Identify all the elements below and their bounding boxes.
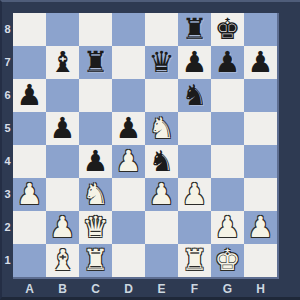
piece-white-rook-f1[interactable]: ♜ xyxy=(178,244,211,277)
piece-white-pawn-d4[interactable]: ♟ xyxy=(112,145,145,178)
piece-black-pawn-c4[interactable]: ♟ xyxy=(79,145,112,178)
file-label-f: F xyxy=(178,279,211,300)
square-f8[interactable]: ♜ xyxy=(178,13,211,46)
piece-black-queen-e7[interactable]: ♛ xyxy=(145,46,178,79)
square-e5[interactable]: ♞ xyxy=(145,112,178,145)
piece-white-pawn-e3[interactable]: ♟ xyxy=(145,178,178,211)
square-c7[interactable]: ♜ xyxy=(79,46,112,79)
piece-black-pawn-g7[interactable]: ♟ xyxy=(211,46,244,79)
chess-board: ♜♚♝♜♛♟♟♟♟♞♟♟♞♟♟♞♟♞♟♟♟♛♟♟♝♜♜♚ xyxy=(13,13,279,279)
square-h1[interactable] xyxy=(244,244,277,277)
square-a2[interactable] xyxy=(13,211,46,244)
square-b2[interactable]: ♟ xyxy=(46,211,79,244)
square-h2[interactable]: ♟ xyxy=(244,211,277,244)
square-b4[interactable] xyxy=(46,145,79,178)
file-label-d: D xyxy=(112,279,145,300)
piece-black-rook-f8[interactable]: ♜ xyxy=(178,13,211,46)
rank-label-5: 5 xyxy=(2,112,13,145)
file-label-e: E xyxy=(145,279,178,300)
square-b8[interactable] xyxy=(46,13,79,46)
file-label-h: H xyxy=(244,279,277,300)
piece-white-queen-c2[interactable]: ♛ xyxy=(79,211,112,244)
square-c8[interactable] xyxy=(79,13,112,46)
square-e2[interactable] xyxy=(145,211,178,244)
piece-black-rook-c7[interactable]: ♜ xyxy=(79,46,112,79)
file-label-b: B xyxy=(46,279,79,300)
rank-label-8: 8 xyxy=(2,13,13,46)
square-d5[interactable]: ♟ xyxy=(112,112,145,145)
square-h3[interactable] xyxy=(244,178,277,211)
square-f1[interactable]: ♜ xyxy=(178,244,211,277)
file-label-c: C xyxy=(79,279,112,300)
square-b3[interactable] xyxy=(46,178,79,211)
piece-black-pawn-d5[interactable]: ♟ xyxy=(112,112,145,145)
piece-black-pawn-h7[interactable]: ♟ xyxy=(244,46,277,79)
square-e8[interactable] xyxy=(145,13,178,46)
piece-black-pawn-b5[interactable]: ♟ xyxy=(46,112,79,145)
square-d2[interactable] xyxy=(112,211,145,244)
piece-white-pawn-h2[interactable]: ♟ xyxy=(244,211,277,244)
chess-board-frame: ♜♚♝♜♛♟♟♟♟♞♟♟♞♟♟♞♟♞♟♟♟♛♟♟♝♜♜♚ 87654321ABC… xyxy=(0,0,300,300)
square-g5[interactable] xyxy=(211,112,244,145)
piece-white-rook-c1[interactable]: ♜ xyxy=(79,244,112,277)
rank-label-3: 3 xyxy=(2,178,13,211)
square-f2[interactable] xyxy=(178,211,211,244)
piece-white-knight-c3[interactable]: ♞ xyxy=(79,178,112,211)
rank-label-7: 7 xyxy=(2,46,13,79)
square-c1[interactable]: ♜ xyxy=(79,244,112,277)
piece-black-pawn-a6[interactable]: ♟ xyxy=(13,79,46,112)
square-a8[interactable] xyxy=(13,13,46,46)
square-d7[interactable] xyxy=(112,46,145,79)
square-e6[interactable] xyxy=(145,79,178,112)
square-h5[interactable] xyxy=(244,112,277,145)
square-a4[interactable] xyxy=(13,145,46,178)
piece-black-knight-e4[interactable]: ♞ xyxy=(145,145,178,178)
square-c4[interactable]: ♟ xyxy=(79,145,112,178)
rank-label-1: 1 xyxy=(2,244,13,277)
piece-black-king-g8[interactable]: ♚ xyxy=(211,13,244,46)
square-g7[interactable]: ♟ xyxy=(211,46,244,79)
square-h7[interactable]: ♟ xyxy=(244,46,277,79)
square-a7[interactable] xyxy=(13,46,46,79)
piece-white-pawn-g2[interactable]: ♟ xyxy=(211,211,244,244)
square-e1[interactable] xyxy=(145,244,178,277)
square-c2[interactable]: ♛ xyxy=(79,211,112,244)
file-label-a: A xyxy=(13,279,46,300)
piece-white-king-g1[interactable]: ♚ xyxy=(211,244,244,277)
rank-label-6: 6 xyxy=(2,79,13,112)
square-a5[interactable] xyxy=(13,112,46,145)
square-d3[interactable] xyxy=(112,178,145,211)
square-d4[interactable]: ♟ xyxy=(112,145,145,178)
rank-label-2: 2 xyxy=(2,211,13,244)
piece-black-bishop-b7[interactable]: ♝ xyxy=(46,46,79,79)
piece-black-pawn-f7[interactable]: ♟ xyxy=(178,46,211,79)
square-d6[interactable] xyxy=(112,79,145,112)
square-e4[interactable]: ♞ xyxy=(145,145,178,178)
square-g8[interactable]: ♚ xyxy=(211,13,244,46)
piece-white-pawn-a3[interactable]: ♟ xyxy=(13,178,46,211)
square-g4[interactable] xyxy=(211,145,244,178)
file-label-g: G xyxy=(211,279,244,300)
square-f4[interactable] xyxy=(178,145,211,178)
square-f5[interactable] xyxy=(178,112,211,145)
square-h4[interactable] xyxy=(244,145,277,178)
square-d8[interactable] xyxy=(112,13,145,46)
piece-white-knight-e5[interactable]: ♞ xyxy=(145,112,178,145)
square-h6[interactable] xyxy=(244,79,277,112)
square-f7[interactable]: ♟ xyxy=(178,46,211,79)
square-b5[interactable]: ♟ xyxy=(46,112,79,145)
square-g3[interactable] xyxy=(211,178,244,211)
square-b7[interactable]: ♝ xyxy=(46,46,79,79)
square-g1[interactable]: ♚ xyxy=(211,244,244,277)
square-b1[interactable]: ♝ xyxy=(46,244,79,277)
piece-white-bishop-b1[interactable]: ♝ xyxy=(46,244,79,277)
square-b6[interactable] xyxy=(46,79,79,112)
square-c3[interactable]: ♞ xyxy=(79,178,112,211)
square-h8[interactable] xyxy=(244,13,277,46)
piece-black-knight-f6[interactable]: ♞ xyxy=(178,79,211,112)
square-f6[interactable]: ♞ xyxy=(178,79,211,112)
square-a1[interactable] xyxy=(13,244,46,277)
square-f3[interactable]: ♟ xyxy=(178,178,211,211)
rank-label-4: 4 xyxy=(2,145,13,178)
square-d1[interactable] xyxy=(112,244,145,277)
square-c6[interactable] xyxy=(79,79,112,112)
piece-white-pawn-f3[interactable]: ♟ xyxy=(178,178,211,211)
square-a3[interactable]: ♟ xyxy=(13,178,46,211)
piece-white-pawn-b2[interactable]: ♟ xyxy=(46,211,79,244)
square-e7[interactable]: ♛ xyxy=(145,46,178,79)
square-g6[interactable] xyxy=(211,79,244,112)
square-g2[interactable]: ♟ xyxy=(211,211,244,244)
square-e3[interactable]: ♟ xyxy=(145,178,178,211)
square-c5[interactable] xyxy=(79,112,112,145)
square-a6[interactable]: ♟ xyxy=(13,79,46,112)
